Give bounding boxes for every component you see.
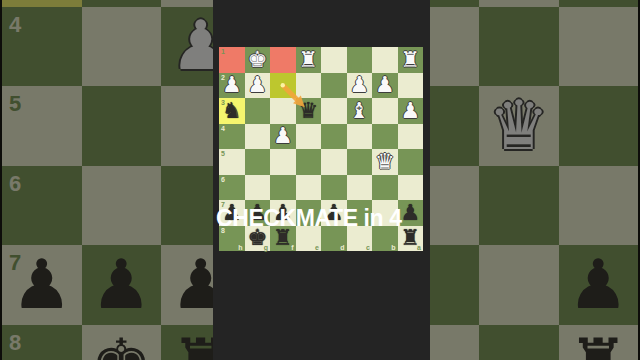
- file-label-c: c: [366, 244, 370, 251]
- square-c1[interactable]: [347, 47, 373, 73]
- white-king-g1: ♚: [245, 47, 271, 73]
- square-f3[interactable]: [270, 98, 296, 124]
- square-b6[interactable]: [372, 175, 398, 201]
- square-a1[interactable]: ♜: [398, 47, 424, 73]
- square-c6[interactable]: [347, 175, 373, 201]
- file-label-e: e: [315, 244, 319, 251]
- square-c3[interactable]: ♝: [347, 98, 373, 124]
- square-a5[interactable]: [398, 149, 424, 175]
- white-pawn-f4: ♟: [270, 124, 296, 150]
- video-frame: 1♚♜♜2♟♟♟♟3♞♛♝♟4♟5♛67♟♟♟♟♟8hg♚f♜edcba♜ 1♚…: [0, 0, 640, 360]
- white-pawn-c2: ♟: [347, 73, 373, 99]
- square-c5[interactable]: [347, 149, 373, 175]
- square-g2[interactable]: ♟: [245, 73, 271, 99]
- square-e6[interactable]: [296, 175, 322, 201]
- white-pawn-h2: ♟: [219, 73, 245, 99]
- square-f6[interactable]: [270, 175, 296, 201]
- square-h5[interactable]: 5: [219, 149, 245, 175]
- white-pawn-b2: ♟: [372, 73, 398, 99]
- square-d3[interactable]: [321, 98, 347, 124]
- square-d5[interactable]: [321, 149, 347, 175]
- white-pawn-a3: ♟: [398, 98, 424, 124]
- white-rook-a1: ♜: [398, 47, 424, 73]
- square-f2[interactable]: [270, 73, 296, 99]
- square-g6[interactable]: [245, 175, 271, 201]
- square-d4[interactable]: [321, 124, 347, 150]
- square-b5[interactable]: ♛: [372, 149, 398, 175]
- rank-label-5: 5: [221, 150, 225, 157]
- rank-label-6: 6: [221, 176, 225, 183]
- square-e3[interactable]: ♛: [296, 98, 322, 124]
- square-g4[interactable]: [245, 124, 271, 150]
- video-column: 1♚♜♜2♟♟♟♟3♞♛♝♟4♟5♛67♟♟♟♟♟8hg♚f♜edcba♜ CH…: [213, 0, 430, 360]
- square-h4[interactable]: 4: [219, 124, 245, 150]
- caption-text: CHECKMATE in 4: [216, 205, 428, 231]
- square-e1[interactable]: ♜: [296, 47, 322, 73]
- black-queen-e3: ♛: [296, 98, 322, 124]
- square-h6[interactable]: 6: [219, 175, 245, 201]
- square-a3[interactable]: ♟: [398, 98, 424, 124]
- rank-label-4: 4: [221, 125, 225, 132]
- square-h2[interactable]: 2♟: [219, 73, 245, 99]
- white-pawn-g2: ♟: [245, 73, 271, 99]
- square-f1[interactable]: [270, 47, 296, 73]
- square-b3[interactable]: [372, 98, 398, 124]
- square-h1[interactable]: 1: [219, 47, 245, 73]
- square-g3[interactable]: [245, 98, 271, 124]
- rank-label-1: 1: [221, 48, 225, 55]
- square-a2[interactable]: [398, 73, 424, 99]
- square-d1[interactable]: [321, 47, 347, 73]
- square-c2[interactable]: ♟: [347, 73, 373, 99]
- white-queen-b5: ♛: [372, 149, 398, 175]
- square-f4[interactable]: ♟: [270, 124, 296, 150]
- square-e5[interactable]: [296, 149, 322, 175]
- white-rook-e1: ♜: [296, 47, 322, 73]
- square-d2[interactable]: [321, 73, 347, 99]
- file-label-d: d: [340, 244, 344, 251]
- file-label-b: b: [391, 244, 395, 251]
- black-knight-h3: ♞: [219, 98, 245, 124]
- white-bishop-c3: ♝: [347, 98, 373, 124]
- square-e4[interactable]: [296, 124, 322, 150]
- square-b2[interactable]: ♟: [372, 73, 398, 99]
- square-e2[interactable]: [296, 73, 322, 99]
- square-b1[interactable]: [372, 47, 398, 73]
- square-g5[interactable]: [245, 149, 271, 175]
- square-h3[interactable]: 3♞: [219, 98, 245, 124]
- square-a4[interactable]: [398, 124, 424, 150]
- square-b4[interactable]: [372, 124, 398, 150]
- square-f5[interactable]: [270, 149, 296, 175]
- file-label-h: h: [238, 244, 242, 251]
- square-c4[interactable]: [347, 124, 373, 150]
- square-a6[interactable]: [398, 175, 424, 201]
- square-g1[interactable]: ♚: [245, 47, 271, 73]
- square-d6[interactable]: [321, 175, 347, 201]
